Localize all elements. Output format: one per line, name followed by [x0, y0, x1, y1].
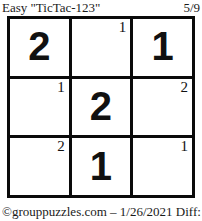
copyright-credit: ©grouppuzzles.com – 1/26/2021 Diff: 2 / …	[2, 204, 202, 219]
corner-clue: 2	[57, 139, 65, 154]
cell-value: 1	[152, 26, 174, 66]
cell-r1c2[interactable]: 2	[133, 79, 192, 136]
corner-clue: 1	[181, 139, 189, 154]
cell-value: 1	[90, 146, 112, 186]
cell-value: 2	[28, 26, 50, 66]
cell-r2c1[interactable]: 1	[72, 138, 131, 195]
puzzle-header: Easy "TicTac-123" 5/9	[2, 0, 200, 15]
corner-clue: 1	[119, 20, 127, 35]
cell-r0c1[interactable]: 1	[72, 19, 131, 76]
cell-r0c2[interactable]: 1	[133, 19, 192, 76]
cell-value: 2	[90, 86, 112, 126]
puzzle-progress: 5/9	[183, 0, 200, 15]
cell-r2c0[interactable]: 2	[10, 138, 69, 195]
corner-clue: 2	[181, 80, 189, 95]
cell-r2c2[interactable]: 1	[133, 138, 192, 195]
cell-r1c0[interactable]: 1	[10, 79, 69, 136]
puzzle-grid: 2 1 1 1 2 2 2 1 1	[7, 16, 195, 198]
puzzle-title: Easy "TicTac-123"	[2, 0, 100, 15]
corner-clue: 1	[57, 80, 65, 95]
cell-r0c0[interactable]: 2	[10, 19, 69, 76]
cell-r1c1[interactable]: 2	[72, 79, 131, 136]
